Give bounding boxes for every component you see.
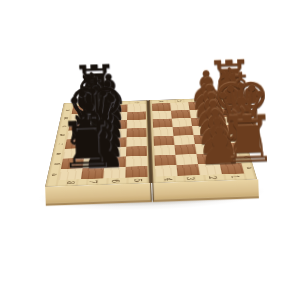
file-label: ж — [223, 110, 243, 115]
file-label: ж — [56, 116, 76, 121]
square-a2 — [198, 163, 222, 175]
file-label: е — [225, 118, 246, 123]
file-label: а — [237, 164, 261, 171]
square-c6 — [105, 147, 126, 158]
file-label: а — [42, 171, 65, 178]
file-label: в — [47, 151, 69, 157]
square-d2 — [193, 134, 215, 144]
square-d8 — [65, 139, 87, 149]
rank-label: 1 — [210, 96, 220, 104]
square-d1 — [213, 134, 235, 144]
product-photo: 8765 8765 зжедгвба ♜♟♞♟♝♟♚♟♛♟♝♟♞♟♜♟ 4321… — [0, 0, 300, 300]
square-b7 — [83, 157, 105, 168]
square-b4 — [154, 155, 176, 166]
square-a3 — [176, 164, 199, 176]
square-c5 — [126, 146, 147, 156]
board-surface-left: 8765 8765 зжедгвба — [45, 100, 150, 186]
square-a4 — [155, 165, 178, 177]
file-label: г — [229, 135, 251, 141]
square-b5 — [126, 156, 148, 167]
file-label: в — [232, 144, 254, 150]
board-half-right: 4321 4321 зжедгвба ♟♜♟♞♟♝♟♚♟♛♟♝♟♞♟♜ — [149, 97, 257, 182]
square-c2 — [195, 144, 218, 154]
square-c8 — [63, 148, 85, 159]
square-a8 — [59, 168, 83, 180]
square-a5 — [125, 166, 147, 178]
board-front-edge-left — [45, 183, 152, 206]
square-d6 — [106, 137, 127, 147]
square-c7 — [84, 147, 106, 158]
board-surface-right: 4321 4321 зжедгвба — [149, 97, 257, 182]
file-label: е — [54, 124, 74, 129]
photo-tilt-wrapper: 8765 8765 зжедгвба ♜♟♞♟♝♟♚♟♛♟♝♟♞♟♜♟ 4321… — [0, 0, 300, 300]
square-d4 — [154, 136, 175, 146]
file-labels-left: зжедгвба — [47, 106, 74, 180]
file-label: з — [58, 108, 77, 113]
square-d7 — [85, 138, 106, 148]
file-labels-right: зжедгвба — [225, 101, 257, 174]
square-b1 — [217, 152, 241, 163]
rank-label: 2 — [192, 97, 201, 105]
square-d3 — [173, 135, 194, 145]
file-label: г — [50, 141, 71, 147]
square-c4 — [154, 145, 175, 155]
square-a7 — [81, 167, 104, 179]
chess-board: 8765 8765 зжедгвба ♜♟♞♟♝♟♚♟♛♟♝♟♞♟♜♟ 4321… — [45, 97, 257, 186]
file-label: б — [45, 161, 68, 167]
file-label: б — [234, 154, 257, 160]
rank-label: 8 — [78, 101, 87, 109]
square-c3 — [174, 144, 196, 154]
scene: 8765 8765 зжедгвба ♜♟♞♟♝♟♚♟♛♟♝♟♞♟♜♟ 4321… — [0, 0, 300, 300]
square-b3 — [175, 154, 198, 165]
square-a6 — [103, 167, 126, 179]
square-b6 — [104, 156, 126, 167]
square-d5 — [126, 137, 146, 147]
file-label: з — [221, 102, 241, 107]
rank-label: 7 — [96, 100, 105, 108]
square-b8 — [61, 158, 84, 169]
rank-label: 6 — [114, 99, 123, 107]
rank-label: 5 — [132, 99, 140, 107]
board-front-edge-right — [152, 179, 259, 202]
square-c1 — [215, 143, 238, 153]
square-a1 — [220, 163, 245, 175]
square-b2 — [196, 153, 219, 164]
rank-label: 3 — [175, 97, 184, 105]
board-half-left: 8765 8765 зжедгвба ♜♟♞♟♝♟♚♟♛♟♝♟♞♟♜♟ — [45, 100, 150, 186]
rank-label: 4 — [157, 98, 166, 106]
file-label: д — [227, 126, 248, 131]
file-label: д — [52, 132, 73, 138]
